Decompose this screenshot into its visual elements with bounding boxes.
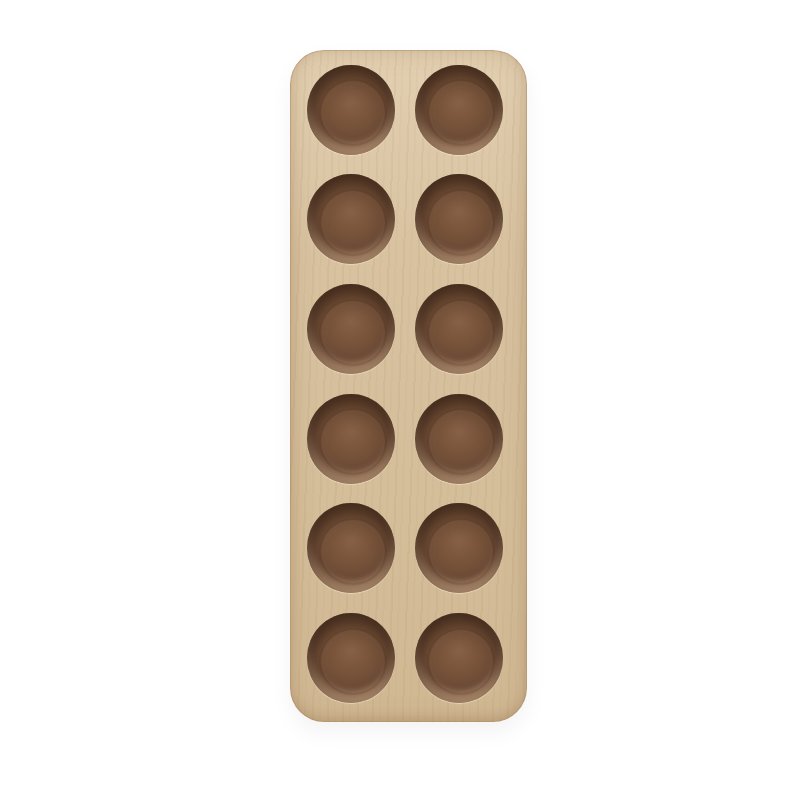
pit-r3c1[interactable] [307, 284, 395, 374]
pit-r2c2[interactable] [415, 174, 503, 264]
pit-grid [297, 55, 513, 713]
pit-r4c1[interactable] [307, 394, 395, 484]
pit-r5c1[interactable] [307, 503, 395, 593]
page-background: { "game": "mancala", "board_type": "wood… [0, 0, 800, 800]
pit-r6c1[interactable] [307, 613, 395, 703]
pit-r3c2[interactable] [415, 284, 503, 374]
mancala-board [290, 50, 527, 722]
pit-r1c1[interactable] [307, 65, 395, 155]
pit-r4c2[interactable] [415, 394, 503, 484]
pit-r6c2[interactable] [415, 613, 503, 703]
pit-r5c2[interactable] [415, 503, 503, 593]
pit-r2c1[interactable] [307, 174, 395, 264]
pit-r1c2[interactable] [415, 65, 503, 155]
